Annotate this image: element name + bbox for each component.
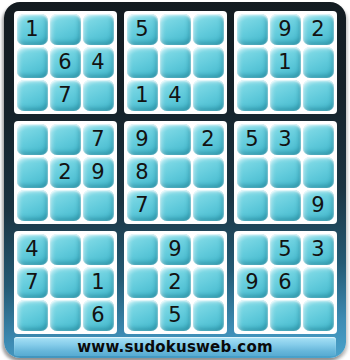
cell-r9c2[interactable]: [50, 300, 81, 331]
cell-r3c3[interactable]: [83, 80, 114, 111]
cell-r9c7[interactable]: [237, 300, 268, 331]
cell-r8c5[interactable]: 2: [160, 267, 191, 298]
cell-r2c2[interactable]: 6: [50, 47, 81, 78]
cell-r2c7[interactable]: [237, 47, 268, 78]
cell-r2c4[interactable]: [127, 47, 158, 78]
box-1-2: 514: [124, 11, 227, 114]
box-3-3: 5396: [234, 231, 337, 334]
cell-r4c2[interactable]: [50, 124, 81, 155]
cell-r6c3[interactable]: [83, 190, 114, 221]
cell-r2c6[interactable]: [193, 47, 224, 78]
cell-r1c3[interactable]: [83, 14, 114, 45]
cell-r1c9[interactable]: 2: [303, 14, 334, 45]
cell-r4c5[interactable]: [160, 124, 191, 155]
cell-r2c1[interactable]: [17, 47, 48, 78]
cell-r9c9[interactable]: [303, 300, 334, 331]
cell-r4c8[interactable]: 3: [270, 124, 301, 155]
cell-r6c6[interactable]: [193, 190, 224, 221]
cell-r1c2[interactable]: [50, 14, 81, 45]
cell-r4c6[interactable]: 2: [193, 124, 224, 155]
cell-r3c8[interactable]: [270, 80, 301, 111]
cell-r4c1[interactable]: [17, 124, 48, 155]
cell-r7c1[interactable]: 4: [17, 234, 48, 265]
cell-r6c8[interactable]: [270, 190, 301, 221]
cell-r5c9[interactable]: [303, 157, 334, 188]
cell-r9c3[interactable]: 6: [83, 300, 114, 331]
cell-r8c7[interactable]: 9: [237, 267, 268, 298]
cell-r7c6[interactable]: [193, 234, 224, 265]
cell-r6c5[interactable]: [160, 190, 191, 221]
cell-r2c8[interactable]: 1: [270, 47, 301, 78]
cell-r7c4[interactable]: [127, 234, 158, 265]
cell-r1c8[interactable]: 9: [270, 14, 301, 45]
cell-r7c9[interactable]: 3: [303, 234, 334, 265]
cell-r7c3[interactable]: [83, 234, 114, 265]
cell-r3c2[interactable]: 7: [50, 80, 81, 111]
cell-r6c7[interactable]: [237, 190, 268, 221]
cell-r1c4[interactable]: 5: [127, 14, 158, 45]
cell-r5c2[interactable]: 2: [50, 157, 81, 188]
cell-r6c2[interactable]: [50, 190, 81, 221]
box-2-3: 539: [234, 121, 337, 224]
sudoku-board: 1647514921729928753947169255396 www.sudo…: [4, 2, 346, 358]
cell-r1c7[interactable]: [237, 14, 268, 45]
cell-r4c9[interactable]: [303, 124, 334, 155]
cell-r7c5[interactable]: 9: [160, 234, 191, 265]
box-1-1: 1647: [14, 11, 117, 114]
cell-r4c3[interactable]: 7: [83, 124, 114, 155]
cell-r7c8[interactable]: 5: [270, 234, 301, 265]
cell-r9c5[interactable]: 5: [160, 300, 191, 331]
cell-r5c8[interactable]: [270, 157, 301, 188]
cell-r9c8[interactable]: [270, 300, 301, 331]
cell-r7c2[interactable]: [50, 234, 81, 265]
cell-r6c1[interactable]: [17, 190, 48, 221]
box-3-2: 925: [124, 231, 227, 334]
cell-r3c1[interactable]: [17, 80, 48, 111]
cell-r8c1[interactable]: 7: [17, 267, 48, 298]
cell-r9c4[interactable]: [127, 300, 158, 331]
cell-r3c4[interactable]: 1: [127, 80, 158, 111]
cell-r3c7[interactable]: [237, 80, 268, 111]
cell-r3c5[interactable]: 4: [160, 80, 191, 111]
cell-r4c4[interactable]: 9: [127, 124, 158, 155]
cell-r5c1[interactable]: [17, 157, 48, 188]
box-2-1: 729: [14, 121, 117, 224]
site-link[interactable]: www.sudokusweb.com: [77, 338, 272, 356]
cell-r5c6[interactable]: [193, 157, 224, 188]
cell-r6c9[interactable]: 9: [303, 190, 334, 221]
cell-r1c1[interactable]: 1: [17, 14, 48, 45]
footer-banner: www.sudokusweb.com: [14, 337, 336, 356]
box-3-1: 4716: [14, 231, 117, 334]
cell-r8c2[interactable]: [50, 267, 81, 298]
cell-r3c6[interactable]: [193, 80, 224, 111]
cell-r1c5[interactable]: [160, 14, 191, 45]
cell-r3c9[interactable]: [303, 80, 334, 111]
cell-r6c4[interactable]: 7: [127, 190, 158, 221]
cell-r5c7[interactable]: [237, 157, 268, 188]
box-1-3: 921: [234, 11, 337, 114]
cell-r5c5[interactable]: [160, 157, 191, 188]
cell-r8c9[interactable]: [303, 267, 334, 298]
cell-r1c6[interactable]: [193, 14, 224, 45]
cell-r2c5[interactable]: [160, 47, 191, 78]
cell-r9c6[interactable]: [193, 300, 224, 331]
box-2-2: 9287: [124, 121, 227, 224]
cell-r4c7[interactable]: 5: [237, 124, 268, 155]
cell-r5c4[interactable]: 8: [127, 157, 158, 188]
cell-r8c6[interactable]: [193, 267, 224, 298]
sudoku-grid: 1647514921729928753947169255396: [13, 11, 337, 334]
cell-r5c3[interactable]: 9: [83, 157, 114, 188]
cell-r2c3[interactable]: 4: [83, 47, 114, 78]
cell-r9c1[interactable]: [17, 300, 48, 331]
cell-r7c7[interactable]: [237, 234, 268, 265]
cell-r8c3[interactable]: 1: [83, 267, 114, 298]
cell-r8c8[interactable]: 6: [270, 267, 301, 298]
cell-r2c9[interactable]: [303, 47, 334, 78]
cell-r8c4[interactable]: [127, 267, 158, 298]
